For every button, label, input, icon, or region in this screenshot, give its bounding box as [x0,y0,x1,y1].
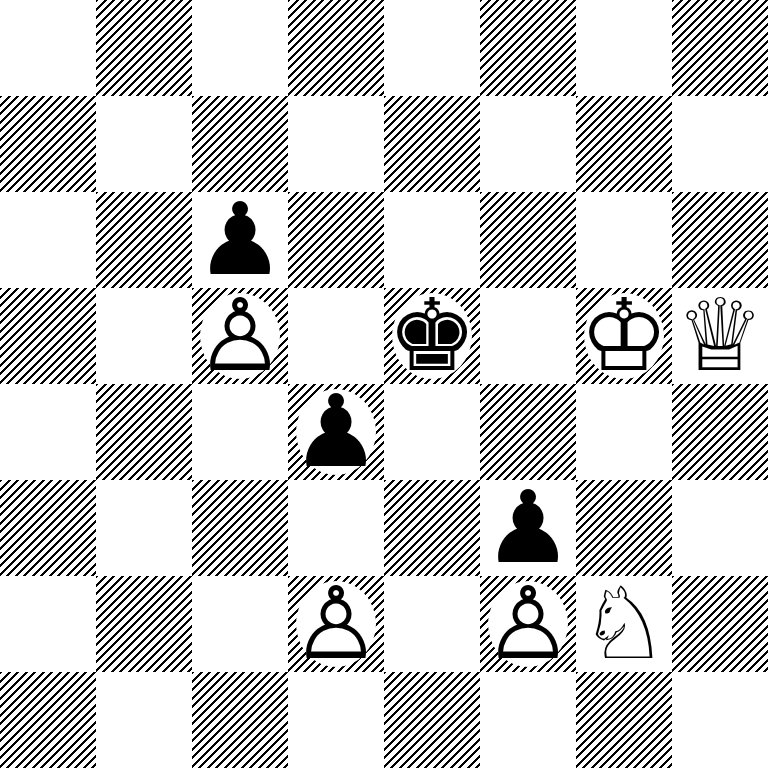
square-c5[interactable]: ♟♙ [192,288,288,384]
piece-halo [296,389,376,475]
square-h6[interactable] [672,192,768,288]
square-a7[interactable] [0,96,96,192]
square-a3[interactable] [0,480,96,576]
piece-halo [584,581,664,667]
square-f4[interactable] [480,384,576,480]
square-b8[interactable] [96,0,192,96]
square-c1[interactable] [192,672,288,768]
square-b3[interactable] [96,480,192,576]
chess-board: ♟♟♙♚♚♔♛♕♟♟♟♙♟♙♞♘ [0,0,768,768]
piece-halo [584,293,664,379]
square-h8[interactable] [672,0,768,96]
square-g4[interactable] [576,384,672,480]
square-c6[interactable]: ♟ [192,192,288,288]
square-d7[interactable] [288,96,384,192]
square-e7[interactable] [384,96,480,192]
square-f1[interactable] [480,672,576,768]
square-b2[interactable] [96,576,192,672]
square-g1[interactable] [576,672,672,768]
square-c8[interactable] [192,0,288,96]
square-h1[interactable] [672,672,768,768]
square-d1[interactable] [288,672,384,768]
square-c2[interactable] [192,576,288,672]
square-d2[interactable]: ♟♙ [288,576,384,672]
piece-halo [392,293,472,379]
square-e4[interactable] [384,384,480,480]
square-h3[interactable] [672,480,768,576]
square-a2[interactable] [0,576,96,672]
square-h7[interactable] [672,96,768,192]
square-g3[interactable] [576,480,672,576]
piece-halo [296,581,376,667]
square-e8[interactable] [384,0,480,96]
square-a8[interactable] [0,0,96,96]
square-f7[interactable] [480,96,576,192]
square-e3[interactable] [384,480,480,576]
square-a4[interactable] [0,384,96,480]
square-g8[interactable] [576,0,672,96]
square-d5[interactable] [288,288,384,384]
square-a1[interactable] [0,672,96,768]
square-d4[interactable]: ♟ [288,384,384,480]
square-d8[interactable] [288,0,384,96]
square-b4[interactable] [96,384,192,480]
square-h4[interactable] [672,384,768,480]
square-g5[interactable]: ♚♔ [576,288,672,384]
square-h5[interactable]: ♛♕ [672,288,768,384]
square-c4[interactable] [192,384,288,480]
piece-halo [200,293,280,379]
square-c3[interactable] [192,480,288,576]
square-b5[interactable] [96,288,192,384]
square-e2[interactable] [384,576,480,672]
square-e1[interactable] [384,672,480,768]
square-b7[interactable] [96,96,192,192]
square-f6[interactable] [480,192,576,288]
square-a5[interactable] [0,288,96,384]
piece-halo [488,581,568,667]
square-e6[interactable] [384,192,480,288]
square-f5[interactable] [480,288,576,384]
square-b1[interactable] [96,672,192,768]
square-d3[interactable] [288,480,384,576]
piece-halo [200,197,280,283]
piece-halo [680,293,760,379]
square-g6[interactable] [576,192,672,288]
square-f3[interactable]: ♟ [480,480,576,576]
square-b6[interactable] [96,192,192,288]
square-f8[interactable] [480,0,576,96]
square-g7[interactable] [576,96,672,192]
piece-halo [488,485,568,571]
square-e5[interactable]: ♚ [384,288,480,384]
square-c7[interactable] [192,96,288,192]
square-f2[interactable]: ♟♙ [480,576,576,672]
square-h2[interactable] [672,576,768,672]
square-d6[interactable] [288,192,384,288]
square-g2[interactable]: ♞♘ [576,576,672,672]
square-a6[interactable] [0,192,96,288]
